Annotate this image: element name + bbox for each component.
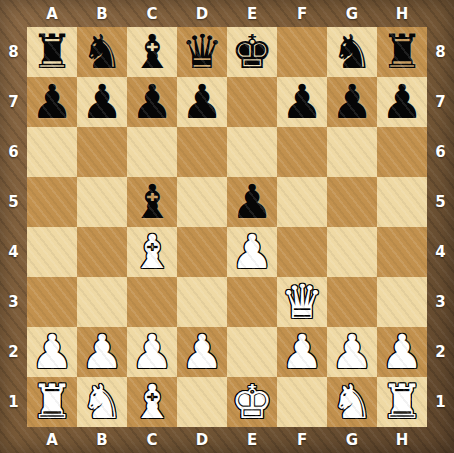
piece-black-rook[interactable]: ♜: [27, 27, 77, 77]
chessboard-widget: ABCDEFGH ABCDEFGH 87654321 87654321 ♜♞♝♛…: [0, 0, 454, 453]
square-a3[interactable]: [27, 277, 77, 327]
piece-white-bishop[interactable]: ♝: [127, 377, 177, 427]
piece-black-queen[interactable]: ♛: [177, 27, 227, 77]
square-e3[interactable]: [227, 277, 277, 327]
piece-black-knight[interactable]: ♞: [327, 27, 377, 77]
square-g5[interactable]: [327, 177, 377, 227]
square-b2[interactable]: ♟: [77, 327, 127, 377]
square-g4[interactable]: [327, 227, 377, 277]
square-h8[interactable]: ♜: [377, 27, 427, 77]
square-b1[interactable]: ♞: [77, 377, 127, 427]
square-d4[interactable]: [177, 227, 227, 277]
square-b6[interactable]: [77, 127, 127, 177]
square-f5[interactable]: [277, 177, 327, 227]
piece-black-pawn[interactable]: ♟: [277, 77, 327, 127]
piece-white-pawn[interactable]: ♟: [377, 327, 427, 377]
square-a2[interactable]: ♟: [27, 327, 77, 377]
piece-black-bishop[interactable]: ♝: [127, 27, 177, 77]
piece-white-king[interactable]: ♚: [227, 377, 277, 427]
square-g6[interactable]: [327, 127, 377, 177]
piece-black-pawn[interactable]: ♟: [127, 77, 177, 127]
square-h1[interactable]: ♜: [377, 377, 427, 427]
square-b5[interactable]: [77, 177, 127, 227]
square-d1[interactable]: [177, 377, 227, 427]
piece-black-bishop[interactable]: ♝: [127, 177, 177, 227]
square-g1[interactable]: ♞: [327, 377, 377, 427]
piece-black-pawn[interactable]: ♟: [377, 77, 427, 127]
piece-white-knight[interactable]: ♞: [77, 377, 127, 427]
square-f6[interactable]: [277, 127, 327, 177]
square-f8[interactable]: [277, 27, 327, 77]
square-h7[interactable]: ♟: [377, 77, 427, 127]
piece-black-pawn[interactable]: ♟: [27, 77, 77, 127]
square-e2[interactable]: [227, 327, 277, 377]
square-b7[interactable]: ♟: [77, 77, 127, 127]
square-e6[interactable]: [227, 127, 277, 177]
square-h2[interactable]: ♟: [377, 327, 427, 377]
square-b3[interactable]: [77, 277, 127, 327]
square-e8[interactable]: ♚: [227, 27, 277, 77]
square-a8[interactable]: ♜: [27, 27, 77, 77]
piece-white-pawn[interactable]: ♟: [227, 227, 277, 277]
piece-white-pawn[interactable]: ♟: [127, 327, 177, 377]
square-d6[interactable]: [177, 127, 227, 177]
square-c4[interactable]: ♝: [127, 227, 177, 277]
piece-black-king[interactable]: ♚: [227, 27, 277, 77]
square-c6[interactable]: [127, 127, 177, 177]
piece-white-queen[interactable]: ♛: [277, 277, 327, 327]
piece-white-rook[interactable]: ♜: [377, 377, 427, 427]
piece-white-bishop[interactable]: ♝: [127, 227, 177, 277]
square-c8[interactable]: ♝: [127, 27, 177, 77]
square-f1[interactable]: [277, 377, 327, 427]
square-a1[interactable]: ♜: [27, 377, 77, 427]
square-c7[interactable]: ♟: [127, 77, 177, 127]
square-f7[interactable]: ♟: [277, 77, 327, 127]
square-d7[interactable]: ♟: [177, 77, 227, 127]
square-g7[interactable]: ♟: [327, 77, 377, 127]
piece-white-pawn[interactable]: ♟: [327, 327, 377, 377]
square-a4[interactable]: [27, 227, 77, 277]
piece-black-knight[interactable]: ♞: [77, 27, 127, 77]
square-f4[interactable]: [277, 227, 327, 277]
square-d3[interactable]: [177, 277, 227, 327]
piece-black-pawn[interactable]: ♟: [227, 177, 277, 227]
square-f3[interactable]: ♛: [277, 277, 327, 327]
square-f2[interactable]: ♟: [277, 327, 327, 377]
square-b4[interactable]: [77, 227, 127, 277]
piece-black-rook[interactable]: ♜: [377, 27, 427, 77]
square-b8[interactable]: ♞: [77, 27, 127, 77]
square-h5[interactable]: [377, 177, 427, 227]
piece-white-pawn[interactable]: ♟: [277, 327, 327, 377]
square-d5[interactable]: [177, 177, 227, 227]
square-c3[interactable]: [127, 277, 177, 327]
piece-white-pawn[interactable]: ♟: [177, 327, 227, 377]
square-h6[interactable]: [377, 127, 427, 177]
square-a7[interactable]: ♟: [27, 77, 77, 127]
square-e4[interactable]: ♟: [227, 227, 277, 277]
square-a6[interactable]: [27, 127, 77, 177]
piece-white-rook[interactable]: ♜: [27, 377, 77, 427]
square-e1[interactable]: ♚: [227, 377, 277, 427]
piece-black-pawn[interactable]: ♟: [327, 77, 377, 127]
square-e7[interactable]: [227, 77, 277, 127]
square-d8[interactable]: ♛: [177, 27, 227, 77]
square-c1[interactable]: ♝: [127, 377, 177, 427]
piece-white-knight[interactable]: ♞: [327, 377, 377, 427]
square-g8[interactable]: ♞: [327, 27, 377, 77]
square-a5[interactable]: [27, 177, 77, 227]
square-e5[interactable]: ♟: [227, 177, 277, 227]
piece-black-pawn[interactable]: ♟: [77, 77, 127, 127]
piece-white-pawn[interactable]: ♟: [77, 327, 127, 377]
square-g2[interactable]: ♟: [327, 327, 377, 377]
square-h4[interactable]: [377, 227, 427, 277]
square-c2[interactable]: ♟: [127, 327, 177, 377]
piece-black-pawn[interactable]: ♟: [177, 77, 227, 127]
piece-white-pawn[interactable]: ♟: [27, 327, 77, 377]
square-g3[interactable]: [327, 277, 377, 327]
chess-board: ♜♞♝♛♚♞♜♟♟♟♟♟♟♟♝♟♝♟♛♟♟♟♟♟♟♟♜♞♝♚♞♜: [27, 27, 427, 427]
square-d2[interactable]: ♟: [177, 327, 227, 377]
square-h3[interactable]: [377, 277, 427, 327]
square-c5[interactable]: ♝: [127, 177, 177, 227]
